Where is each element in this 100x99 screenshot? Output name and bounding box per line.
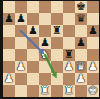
- square-e6[interactable]: ♜: [51, 25, 63, 37]
- piece-white-pawn-g2[interactable]: ♟: [75, 73, 87, 85]
- piece-white-queen-g3[interactable]: ♛: [75, 61, 87, 73]
- piece-black-pawn-c6[interactable]: ♟: [27, 25, 39, 37]
- square-e5[interactable]: [51, 37, 63, 49]
- square-f8[interactable]: [63, 1, 75, 13]
- square-g6[interactable]: [75, 25, 87, 37]
- square-c7[interactable]: [27, 13, 39, 25]
- square-c6[interactable]: ♟: [27, 25, 39, 37]
- square-b8[interactable]: [15, 1, 27, 13]
- square-b7[interactable]: ♟: [15, 13, 27, 25]
- chess-board-screenshot: ♚♟♟♛♟♜♟♟♟♞♜♟♟♛♟♟♟♜♜♚: [0, 0, 100, 99]
- square-b1[interactable]: [15, 85, 27, 97]
- square-h3[interactable]: ♟: [87, 61, 99, 73]
- piece-white-rook-f1[interactable]: ♜: [63, 85, 75, 97]
- piece-black-rook-f4[interactable]: ♜: [63, 49, 75, 61]
- square-a8[interactable]: [3, 1, 15, 13]
- square-h8[interactable]: [87, 1, 99, 13]
- square-a1[interactable]: [3, 85, 15, 97]
- square-g1[interactable]: [75, 85, 87, 97]
- square-d3[interactable]: [39, 61, 51, 73]
- piece-white-pawn-h3[interactable]: ♟: [87, 61, 99, 73]
- square-h1[interactable]: ♚: [87, 85, 99, 97]
- square-a5[interactable]: [3, 37, 15, 49]
- square-f5[interactable]: [63, 37, 75, 49]
- piece-black-rook-e6[interactable]: ♜: [51, 25, 63, 37]
- square-h7[interactable]: [87, 13, 99, 25]
- square-e3[interactable]: [51, 61, 63, 73]
- square-g7[interactable]: ♛: [75, 13, 87, 25]
- square-c5[interactable]: [27, 37, 39, 49]
- square-b4[interactable]: [15, 49, 27, 61]
- square-e8[interactable]: [51, 1, 63, 13]
- square-h4[interactable]: [87, 49, 99, 61]
- square-f3[interactable]: ♟: [63, 61, 75, 73]
- piece-white-pawn-a2[interactable]: ♟: [3, 73, 15, 85]
- square-d6[interactable]: [39, 25, 51, 37]
- piece-white-rook-d1[interactable]: ♜: [39, 85, 51, 97]
- square-g3[interactable]: ♛: [75, 61, 87, 73]
- piece-black-queen-g7[interactable]: ♛: [75, 13, 87, 25]
- square-c2[interactable]: [27, 73, 39, 85]
- square-e4[interactable]: [51, 49, 63, 61]
- square-g5[interactable]: ♟: [75, 37, 87, 49]
- chess-board[interactable]: ♚♟♟♛♟♜♟♟♟♞♜♟♟♛♟♟♟♜♜♚: [3, 1, 99, 97]
- square-b3[interactable]: ♟: [15, 61, 27, 73]
- square-f1[interactable]: ♜: [63, 85, 75, 97]
- piece-black-pawn-g5[interactable]: ♟: [75, 37, 87, 49]
- square-c3[interactable]: [27, 61, 39, 73]
- square-e1[interactable]: [51, 85, 63, 97]
- square-f6[interactable]: [63, 25, 75, 37]
- piece-white-pawn-b3[interactable]: ♟: [15, 61, 27, 73]
- square-f7[interactable]: [63, 13, 75, 25]
- piece-white-knight-d4[interactable]: ♞: [39, 49, 51, 61]
- piece-white-king-h1[interactable]: ♚: [87, 85, 99, 97]
- square-c4[interactable]: [27, 49, 39, 61]
- square-g8[interactable]: ♚: [75, 1, 87, 13]
- square-a6[interactable]: [3, 25, 15, 37]
- square-g4[interactable]: [75, 49, 87, 61]
- piece-black-pawn-h6[interactable]: ♟: [87, 25, 99, 37]
- square-c1[interactable]: [27, 85, 39, 97]
- square-d1[interactable]: ♜: [39, 85, 51, 97]
- square-a2[interactable]: ♟: [3, 73, 15, 85]
- square-d7[interactable]: [39, 13, 51, 25]
- piece-black-pawn-a7[interactable]: ♟: [3, 13, 15, 25]
- square-f4[interactable]: ♜: [63, 49, 75, 61]
- square-g2[interactable]: ♟: [75, 73, 87, 85]
- square-h5[interactable]: [87, 37, 99, 49]
- square-c8[interactable]: [27, 1, 39, 13]
- piece-white-pawn-f3[interactable]: ♟: [63, 61, 75, 73]
- square-b6[interactable]: [15, 25, 27, 37]
- piece-black-king-g8[interactable]: ♚: [75, 1, 87, 13]
- square-d4[interactable]: ♞: [39, 49, 51, 61]
- square-a7[interactable]: ♟: [3, 13, 15, 25]
- square-b2[interactable]: [15, 73, 27, 85]
- square-e2[interactable]: [51, 73, 63, 85]
- square-h2[interactable]: [87, 73, 99, 85]
- square-e7[interactable]: [51, 13, 63, 25]
- piece-black-pawn-d5[interactable]: ♟: [39, 37, 51, 49]
- square-b5[interactable]: [15, 37, 27, 49]
- square-f2[interactable]: [63, 73, 75, 85]
- square-d5[interactable]: ♟: [39, 37, 51, 49]
- square-d2[interactable]: [39, 73, 51, 85]
- square-h6[interactable]: ♟: [87, 25, 99, 37]
- piece-black-pawn-b7[interactable]: ♟: [15, 13, 27, 25]
- square-d8[interactable]: [39, 1, 51, 13]
- square-a4[interactable]: [3, 49, 15, 61]
- square-a3[interactable]: [3, 61, 15, 73]
